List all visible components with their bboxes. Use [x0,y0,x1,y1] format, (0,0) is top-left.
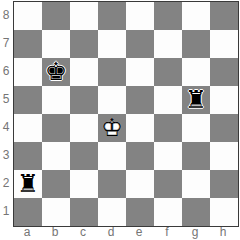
square-a4[interactable] [14,114,42,142]
square-b4[interactable] [42,114,70,142]
square-b8[interactable] [42,2,70,30]
white-king-outline: ♔ [101,113,123,142]
square-c2[interactable] [70,170,98,198]
file-label-b: b [41,226,69,240]
black-rook-piece[interactable]: ♜ [185,87,207,112]
file-label-a: a [13,226,41,240]
square-h7[interactable] [210,30,238,58]
square-d2[interactable] [98,170,126,198]
square-h5[interactable] [210,86,238,114]
square-g5[interactable]: ♜ [182,86,210,114]
rank-label-6: 6 [0,57,12,85]
square-h4[interactable] [210,114,238,142]
white-king-piece[interactable]: ♚♔ [101,115,123,140]
square-a2[interactable]: ♜ [14,170,42,198]
board-frame: ♚♜♚♔♜ [13,1,239,227]
square-e1[interactable] [126,198,154,226]
square-d5[interactable] [98,86,126,114]
square-c7[interactable] [70,30,98,58]
square-g4[interactable] [182,114,210,142]
rank-label-2: 2 [0,169,12,197]
square-h6[interactable] [210,58,238,86]
square-b6[interactable]: ♚ [42,58,70,86]
square-e2[interactable] [126,170,154,198]
square-c5[interactable] [70,86,98,114]
square-b3[interactable] [42,142,70,170]
square-h1[interactable] [210,198,238,226]
square-a1[interactable] [14,198,42,226]
square-c4[interactable] [70,114,98,142]
square-a5[interactable] [14,86,42,114]
square-a3[interactable] [14,142,42,170]
square-f8[interactable] [154,2,182,30]
square-b5[interactable] [42,86,70,114]
rank-labels: 87654321 [0,1,12,225]
square-g3[interactable] [182,142,210,170]
file-label-h: h [209,226,237,240]
square-d6[interactable] [98,58,126,86]
square-f1[interactable] [154,198,182,226]
square-f7[interactable] [154,30,182,58]
rank-label-4: 4 [0,113,12,141]
square-h8[interactable] [210,2,238,30]
square-d3[interactable] [98,142,126,170]
square-b7[interactable] [42,30,70,58]
rank-label-7: 7 [0,29,12,57]
file-label-c: c [69,226,97,240]
square-g7[interactable] [182,30,210,58]
square-h3[interactable] [210,142,238,170]
square-a6[interactable] [14,58,42,86]
square-e8[interactable] [126,2,154,30]
file-label-e: e [125,226,153,240]
square-e7[interactable] [126,30,154,58]
square-c6[interactable] [70,58,98,86]
file-label-f: f [153,226,181,240]
rank-label-8: 8 [0,1,12,29]
square-c1[interactable] [70,198,98,226]
square-f2[interactable] [154,170,182,198]
square-g8[interactable] [182,2,210,30]
square-d8[interactable] [98,2,126,30]
black-rook-piece[interactable]: ♜ [17,171,39,196]
square-a7[interactable] [14,30,42,58]
square-f5[interactable] [154,86,182,114]
rank-label-1: 1 [0,197,12,225]
square-f4[interactable] [154,114,182,142]
square-e6[interactable] [126,58,154,86]
square-e5[interactable] [126,86,154,114]
square-f6[interactable] [154,58,182,86]
square-g2[interactable] [182,170,210,198]
square-e4[interactable] [126,114,154,142]
square-b1[interactable] [42,198,70,226]
file-label-d: d [97,226,125,240]
square-g6[interactable] [182,58,210,86]
square-d1[interactable] [98,198,126,226]
file-labels: abcdefgh [13,226,239,240]
black-king-piece[interactable]: ♚ [45,59,67,84]
square-h2[interactable] [210,170,238,198]
square-a8[interactable] [14,2,42,30]
square-c3[interactable] [70,142,98,170]
rank-label-3: 3 [0,141,12,169]
rank-label-5: 5 [0,85,12,113]
square-d7[interactable] [98,30,126,58]
square-g1[interactable] [182,198,210,226]
file-label-g: g [181,226,209,240]
square-e3[interactable] [126,142,154,170]
square-c8[interactable] [70,2,98,30]
square-b2[interactable] [42,170,70,198]
square-d4[interactable]: ♚♔ [98,114,126,142]
square-f3[interactable] [154,142,182,170]
chess-board: ♚♜♚♔♜ [14,2,238,226]
